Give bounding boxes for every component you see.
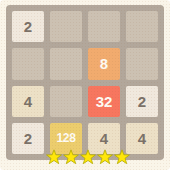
empty-cell — [12, 48, 44, 79]
star-icon — [80, 149, 96, 165]
empty-cell — [126, 11, 158, 42]
tile-2: 2 — [126, 86, 158, 117]
tile-2: 2 — [12, 11, 44, 42]
board-2048[interactable]: 284322212844 — [6, 5, 164, 160]
tile-4: 4 — [12, 86, 44, 117]
star-rating — [46, 149, 130, 165]
tile-8: 8 — [88, 48, 120, 79]
empty-cell — [50, 11, 82, 42]
tile-4: 4 — [126, 123, 158, 154]
star-icon — [114, 149, 130, 165]
star-icon — [46, 149, 62, 165]
empty-cell — [50, 48, 82, 79]
empty-cell — [50, 86, 82, 117]
tile-2: 2 — [12, 123, 44, 154]
star-icon — [97, 149, 113, 165]
tile-32: 32 — [88, 86, 120, 117]
empty-cell — [126, 48, 158, 79]
game-screen-2048: 284322212844 — [0, 0, 170, 170]
empty-cell — [88, 11, 120, 42]
star-icon — [63, 149, 79, 165]
